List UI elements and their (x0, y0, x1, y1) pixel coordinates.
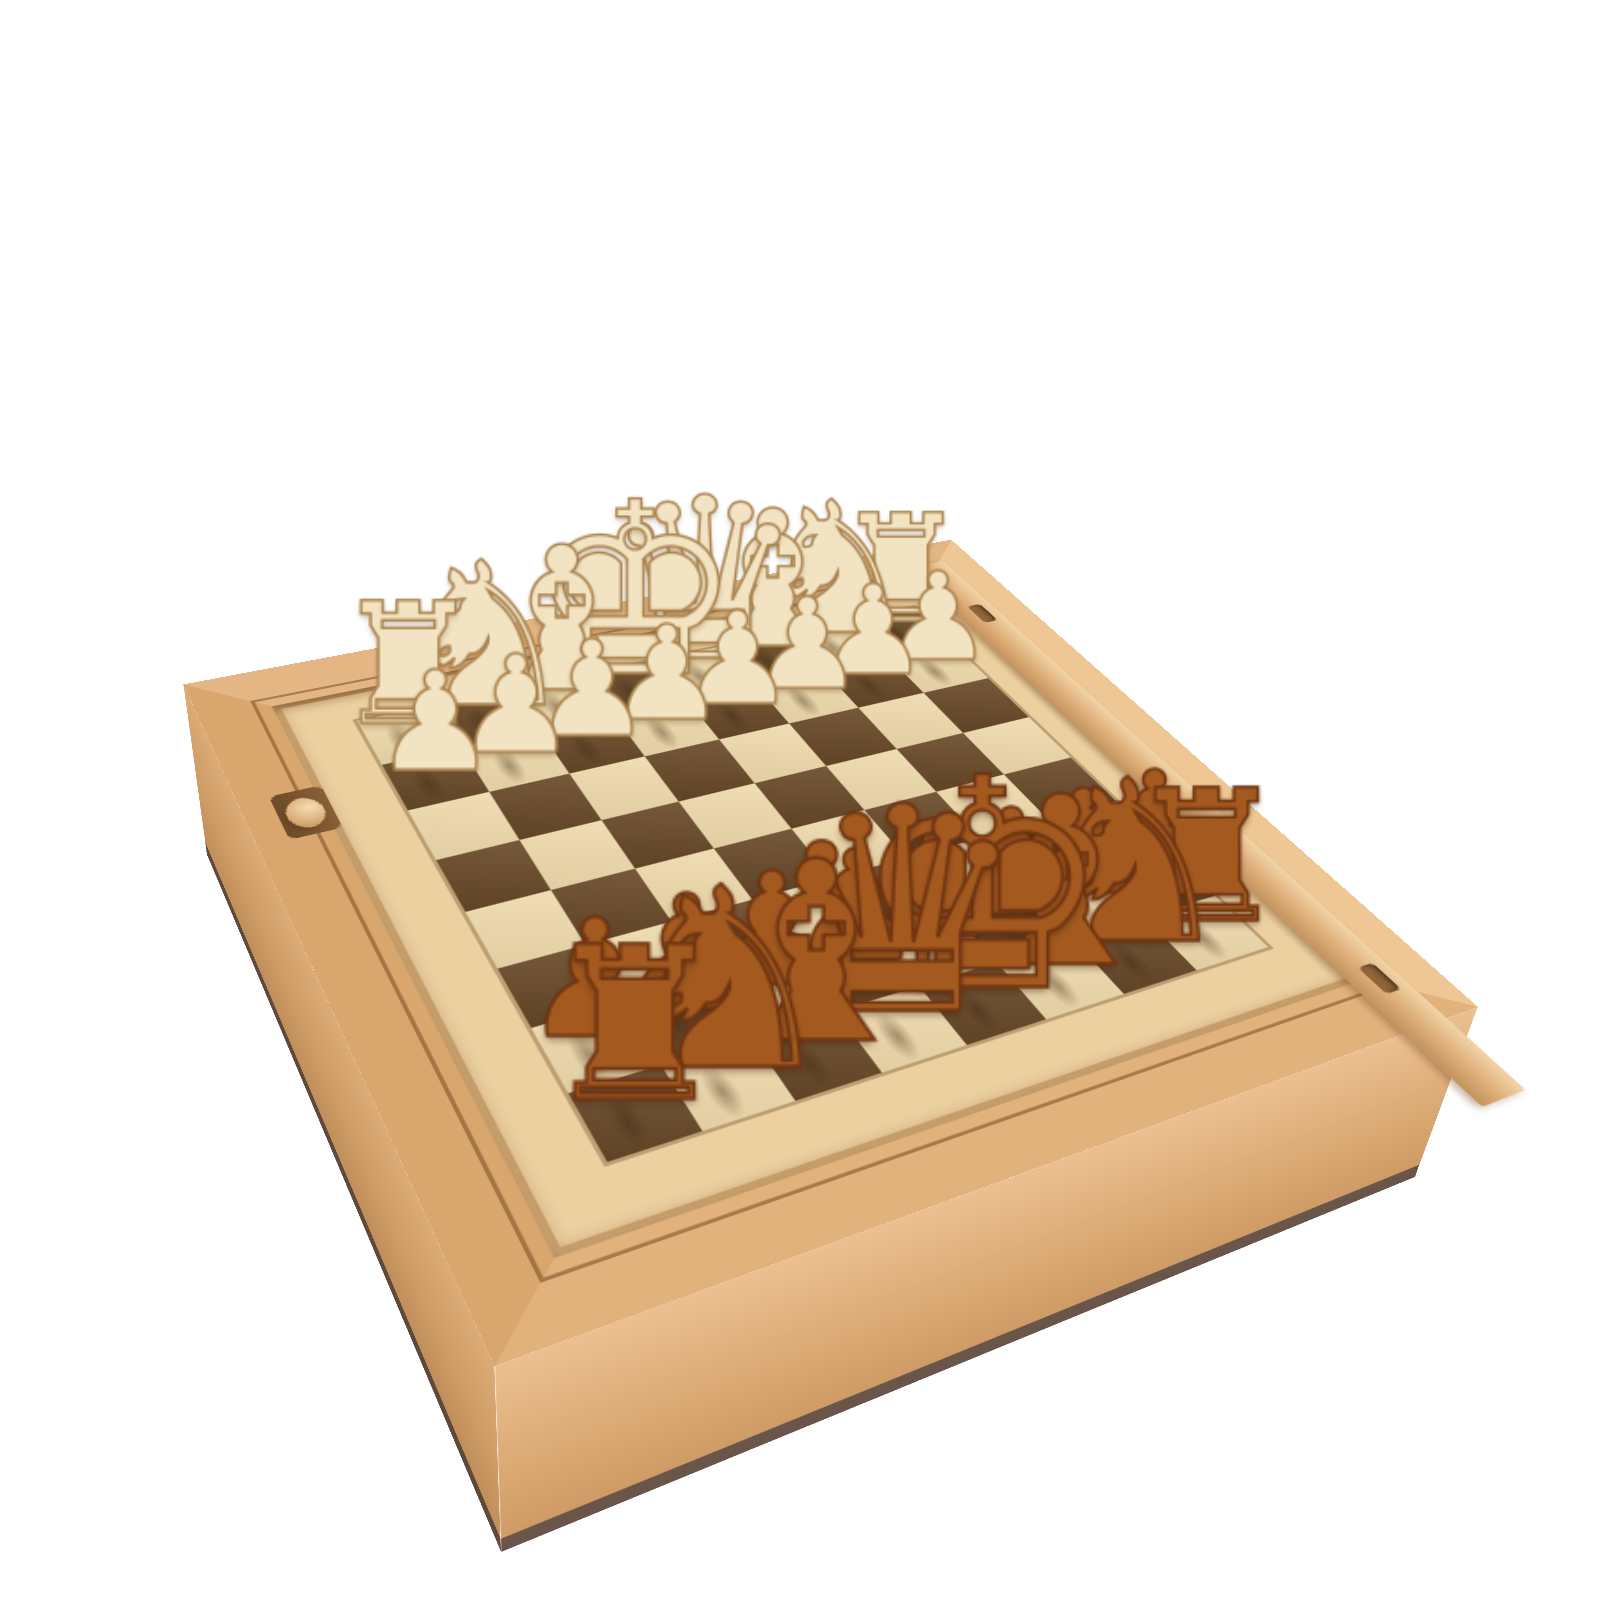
chess-box: ♜♟♟♜♞♟♟♞♝♟♟♝♛♟♟♚♚♟♟♛♝♟♟♝♞♟♟♞♜♟♟♜ (183, 540, 1477, 1366)
product-photo-scene: ♜♟♟♜♞♟♟♞♝♟♟♝♛♟♟♚♚♟♟♛♝♟♟♝♞♟♟♞♜♟♟♜ (0, 35, 1588, 1600)
lid-rail-notch-right (1358, 963, 1401, 994)
